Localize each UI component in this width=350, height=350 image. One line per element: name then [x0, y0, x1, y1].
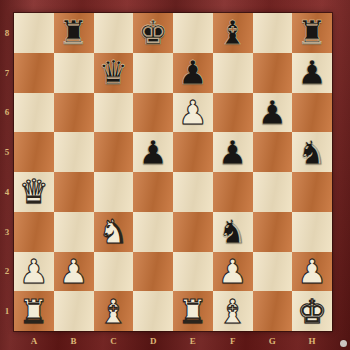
- square-h7[interactable]: ♟: [292, 53, 332, 93]
- square-a3[interactable]: [14, 212, 54, 252]
- black-knight[interactable]: ♞: [218, 212, 248, 251]
- black-king[interactable]: ♚: [138, 13, 168, 52]
- square-a8[interactable]: [14, 13, 54, 53]
- square-h8[interactable]: ♜: [292, 13, 332, 53]
- white-rook[interactable]: ♜: [178, 292, 208, 331]
- square-a6[interactable]: [14, 93, 54, 133]
- white-bishop[interactable]: ♝: [218, 292, 248, 331]
- square-e2[interactable]: [173, 252, 213, 292]
- black-knight[interactable]: ♞: [297, 133, 327, 172]
- board-frame: 87654321 ♜♚♝♜♛♟♟♟♟♟♟♞♛♞♞♟♟♟♟♜♝♜♝♚ ABCDEF…: [0, 0, 350, 350]
- square-d3[interactable]: [133, 212, 173, 252]
- square-h4[interactable]: [292, 172, 332, 212]
- black-pawn[interactable]: ♟: [178, 53, 208, 92]
- square-c8[interactable]: [94, 13, 134, 53]
- file-label-b: B: [54, 331, 94, 350]
- square-f8[interactable]: ♝: [213, 13, 253, 53]
- square-d6[interactable]: [133, 93, 173, 133]
- square-a5[interactable]: [14, 132, 54, 172]
- square-f6[interactable]: [213, 93, 253, 133]
- square-f3[interactable]: ♞: [213, 212, 253, 252]
- square-c7[interactable]: ♛: [94, 53, 134, 93]
- white-pawn[interactable]: ♟: [178, 93, 208, 132]
- file-label-c: C: [94, 331, 134, 350]
- square-g6[interactable]: ♟: [253, 93, 293, 133]
- square-h5[interactable]: ♞: [292, 132, 332, 172]
- square-b8[interactable]: ♜: [54, 13, 94, 53]
- square-e7[interactable]: ♟: [173, 53, 213, 93]
- black-pawn[interactable]: ♟: [258, 93, 288, 132]
- square-f4[interactable]: [213, 172, 253, 212]
- square-h6[interactable]: [292, 93, 332, 133]
- square-g1[interactable]: [253, 291, 293, 331]
- square-f7[interactable]: [213, 53, 253, 93]
- square-h2[interactable]: ♟: [292, 252, 332, 292]
- square-c6[interactable]: [94, 93, 134, 133]
- square-e3[interactable]: [173, 212, 213, 252]
- white-queen[interactable]: ♛: [19, 172, 49, 211]
- square-d4[interactable]: [133, 172, 173, 212]
- square-b7[interactable]: [54, 53, 94, 93]
- square-h3[interactable]: [292, 212, 332, 252]
- rank-label-1: 1: [0, 291, 14, 331]
- square-d2[interactable]: [133, 252, 173, 292]
- black-pawn[interactable]: ♟: [218, 133, 248, 172]
- rank-label-5: 5: [0, 132, 14, 172]
- square-g5[interactable]: [253, 132, 293, 172]
- file-label-h: H: [292, 331, 332, 350]
- square-g2[interactable]: [253, 252, 293, 292]
- square-b5[interactable]: [54, 132, 94, 172]
- black-pawn[interactable]: ♟: [138, 133, 168, 172]
- square-h1[interactable]: ♚: [292, 291, 332, 331]
- black-bishop[interactable]: ♝: [218, 13, 248, 52]
- square-c5[interactable]: [94, 132, 134, 172]
- black-pawn[interactable]: ♟: [297, 53, 327, 92]
- rank-label-2: 2: [0, 252, 14, 292]
- rank-label-6: 6: [0, 93, 14, 133]
- black-queen[interactable]: ♛: [99, 53, 129, 92]
- corner-dot: [340, 340, 347, 347]
- white-pawn[interactable]: ♟: [297, 252, 327, 291]
- square-e8[interactable]: [173, 13, 213, 53]
- square-e5[interactable]: [173, 132, 213, 172]
- square-c3[interactable]: ♞: [94, 212, 134, 252]
- square-c1[interactable]: ♝: [94, 291, 134, 331]
- square-b2[interactable]: ♟: [54, 252, 94, 292]
- square-e1[interactable]: ♜: [173, 291, 213, 331]
- square-b6[interactable]: [54, 93, 94, 133]
- file-label-e: E: [173, 331, 213, 350]
- square-f2[interactable]: ♟: [213, 252, 253, 292]
- square-c2[interactable]: [94, 252, 134, 292]
- white-knight[interactable]: ♞: [99, 212, 129, 251]
- white-pawn[interactable]: ♟: [19, 252, 49, 291]
- square-a2[interactable]: ♟: [14, 252, 54, 292]
- square-d7[interactable]: [133, 53, 173, 93]
- square-a1[interactable]: ♜: [14, 291, 54, 331]
- white-rook[interactable]: ♜: [19, 292, 49, 331]
- rank-label-8: 8: [0, 13, 14, 53]
- square-e4[interactable]: [173, 172, 213, 212]
- square-b3[interactable]: [54, 212, 94, 252]
- file-labels: ABCDEFGH: [14, 331, 332, 350]
- file-label-g: G: [253, 331, 293, 350]
- square-e6[interactable]: ♟: [173, 93, 213, 133]
- square-d5[interactable]: ♟: [133, 132, 173, 172]
- black-rook[interactable]: ♜: [59, 13, 89, 52]
- rank-label-3: 3: [0, 212, 14, 252]
- black-rook[interactable]: ♜: [297, 13, 327, 52]
- white-king[interactable]: ♚: [297, 292, 327, 331]
- square-f5[interactable]: ♟: [213, 132, 253, 172]
- square-d1[interactable]: [133, 291, 173, 331]
- square-g3[interactable]: [253, 212, 293, 252]
- square-g8[interactable]: [253, 13, 293, 53]
- file-label-d: D: [133, 331, 173, 350]
- rank-label-4: 4: [0, 172, 14, 212]
- rank-labels: 87654321: [0, 13, 14, 331]
- file-label-a: A: [14, 331, 54, 350]
- square-c4[interactable]: [94, 172, 134, 212]
- white-pawn[interactable]: ♟: [218, 252, 248, 291]
- rank-label-7: 7: [0, 53, 14, 93]
- square-d8[interactable]: ♚: [133, 13, 173, 53]
- white-bishop[interactable]: ♝: [99, 292, 129, 331]
- square-g7[interactable]: [253, 53, 293, 93]
- chess-board: ♜♚♝♜♛♟♟♟♟♟♟♞♛♞♞♟♟♟♟♜♝♜♝♚: [14, 13, 332, 331]
- square-a7[interactable]: [14, 53, 54, 93]
- square-a4[interactable]: ♛: [14, 172, 54, 212]
- square-g4[interactable]: [253, 172, 293, 212]
- square-f1[interactable]: ♝: [213, 291, 253, 331]
- white-pawn[interactable]: ♟: [59, 252, 89, 291]
- file-label-f: F: [213, 331, 253, 350]
- square-b4[interactable]: [54, 172, 94, 212]
- square-b1[interactable]: [54, 291, 94, 331]
